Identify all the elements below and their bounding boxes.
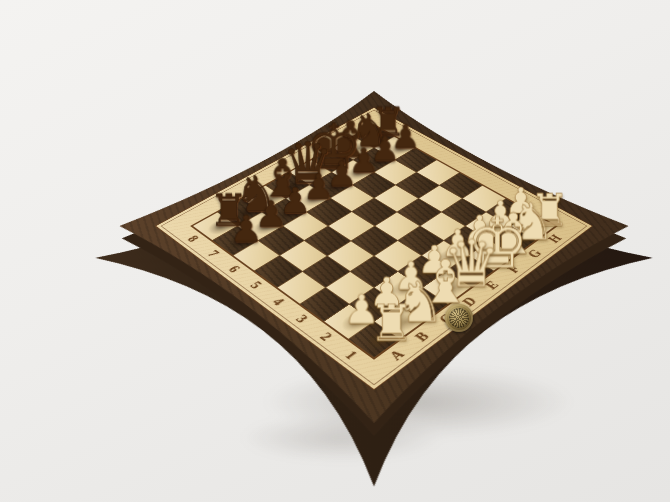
brass-medallion-icon xyxy=(445,304,473,332)
piece-black-pawn[interactable]: ♟ xyxy=(230,211,262,248)
board-squares: ♜♞♝♛♚♝♞♜♟♟♟♟♟♟♟♟♟♟♟♟♟♟♟♟♜♞♝♛♚♝♞♜ xyxy=(193,125,555,357)
piece-white-rook[interactable]: ♜ xyxy=(369,298,405,348)
photo-background: ♜♞♝♛♚♝♞♜♟♟♟♟♟♟♟♟♟♟♟♟♟♟♟♟♜♞♝♛♚♝♞♜ 1234567… xyxy=(0,0,670,502)
